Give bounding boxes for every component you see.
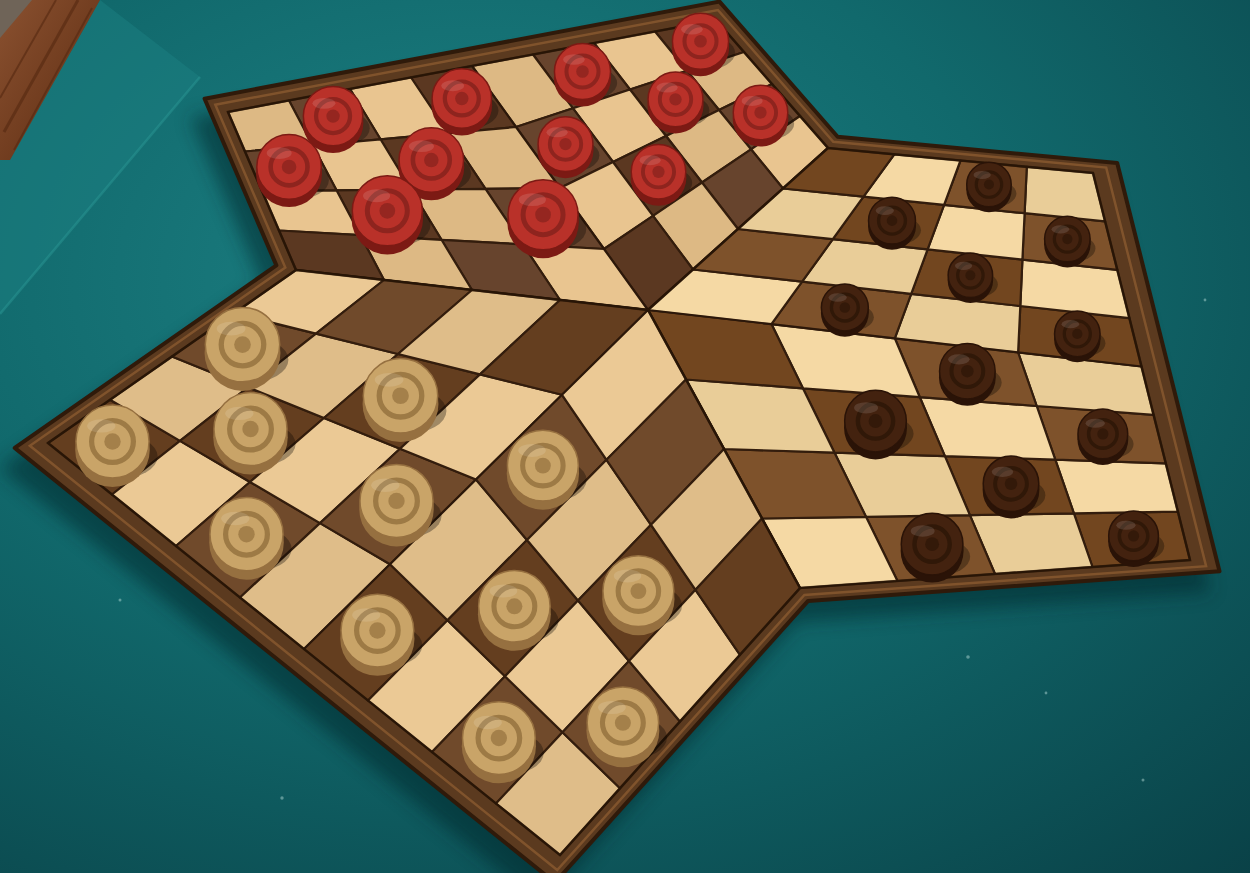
- board-square: [1055, 460, 1178, 514]
- three-player-checkers-photo: [0, 0, 1250, 873]
- scene: [0, 0, 1250, 873]
